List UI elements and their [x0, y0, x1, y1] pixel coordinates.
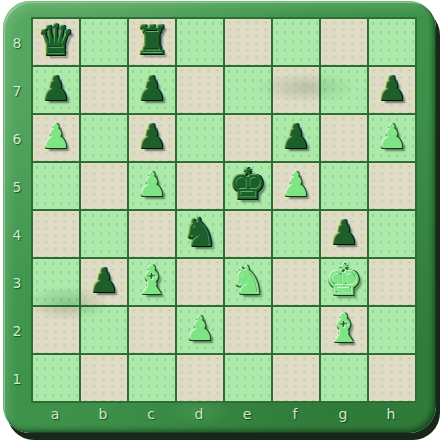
square-b1[interactable] — [81, 355, 127, 401]
black-king[interactable]: ♚ — [229, 162, 267, 208]
black-knight[interactable]: ♞ — [183, 210, 218, 256]
file-label-g: g — [319, 401, 367, 427]
square-e8[interactable] — [225, 19, 271, 65]
black-rook[interactable]: ♜ — [135, 18, 170, 64]
square-b6[interactable] — [81, 115, 127, 161]
white-bishop[interactable]: ♝ — [135, 258, 170, 304]
square-g4[interactable]: ♟ — [321, 211, 367, 257]
square-b5[interactable] — [81, 163, 127, 209]
square-e3[interactable]: ♞ — [225, 259, 271, 305]
square-a7[interactable]: ♟ — [33, 67, 79, 113]
square-f8[interactable] — [273, 19, 319, 65]
square-c1[interactable] — [129, 355, 175, 401]
square-h4[interactable] — [369, 211, 415, 257]
white-pawn[interactable]: ♟ — [137, 162, 167, 208]
square-d4[interactable]: ♞ — [177, 211, 223, 257]
file-label-e: e — [223, 401, 271, 427]
white-pawn[interactable]: ♟ — [377, 114, 407, 160]
black-pawn[interactable]: ♟ — [41, 66, 71, 112]
square-b3[interactable]: ♟ — [81, 259, 127, 305]
square-g6[interactable] — [321, 115, 367, 161]
rank-label-5: 5 — [3, 163, 31, 211]
square-f2[interactable] — [273, 307, 319, 353]
file-label-h: h — [367, 401, 415, 427]
rank-label-4: 4 — [3, 211, 31, 259]
square-b4[interactable] — [81, 211, 127, 257]
file-label-b: b — [79, 401, 127, 427]
square-c7[interactable]: ♟ — [129, 67, 175, 113]
rank-label-6: 6 — [3, 115, 31, 163]
square-e1[interactable] — [225, 355, 271, 401]
square-f1[interactable] — [273, 355, 319, 401]
rank-labels: 87654321 — [3, 19, 31, 403]
square-e7[interactable] — [225, 67, 271, 113]
white-pawn[interactable]: ♟ — [281, 162, 311, 208]
square-g3[interactable]: ♚ — [321, 259, 367, 305]
white-pawn[interactable]: ♟ — [185, 306, 215, 352]
rank-label-8: 8 — [3, 19, 31, 67]
square-b7[interactable] — [81, 67, 127, 113]
square-h6[interactable]: ♟ — [369, 115, 415, 161]
square-c3[interactable]: ♝ — [129, 259, 175, 305]
file-label-d: d — [175, 401, 223, 427]
square-a1[interactable] — [33, 355, 79, 401]
square-d5[interactable] — [177, 163, 223, 209]
square-h8[interactable] — [369, 19, 415, 65]
square-e4[interactable] — [225, 211, 271, 257]
square-f5[interactable]: ♟ — [273, 163, 319, 209]
square-f7[interactable] — [273, 67, 319, 113]
file-label-a: a — [31, 401, 79, 427]
square-f6[interactable]: ♟ — [273, 115, 319, 161]
square-b2[interactable] — [81, 307, 127, 353]
square-a3[interactable] — [33, 259, 79, 305]
chess-board[interactable]: ♛♜♟♟♟♟♟♟♟♟♚♟♞♟♟♝♞♚♟♝ — [31, 17, 417, 403]
black-pawn[interactable]: ♟ — [137, 66, 167, 112]
black-pawn[interactable]: ♟ — [89, 258, 119, 304]
square-h1[interactable] — [369, 355, 415, 401]
rank-label-3: 3 — [3, 259, 31, 307]
square-c6[interactable]: ♟ — [129, 115, 175, 161]
square-g1[interactable] — [321, 355, 367, 401]
square-d2[interactable]: ♟ — [177, 307, 223, 353]
square-a4[interactable] — [33, 211, 79, 257]
black-pawn[interactable]: ♟ — [281, 114, 311, 160]
square-d6[interactable] — [177, 115, 223, 161]
rank-label-1: 1 — [3, 355, 31, 403]
square-e2[interactable] — [225, 307, 271, 353]
black-pawn[interactable]: ♟ — [377, 66, 407, 112]
square-h3[interactable] — [369, 259, 415, 305]
white-knight[interactable]: ♞ — [231, 258, 266, 304]
square-h2[interactable] — [369, 307, 415, 353]
square-d8[interactable] — [177, 19, 223, 65]
square-g2[interactable]: ♝ — [321, 307, 367, 353]
file-label-c: c — [127, 401, 175, 427]
file-label-f: f — [271, 401, 319, 427]
white-bishop[interactable]: ♝ — [327, 306, 362, 352]
board-frame: 87654321 ♛♜♟♟♟♟♟♟♟♟♚♟♞♟♟♝♞♚♟♝ abcdefgh — [3, 1, 436, 433]
square-g5[interactable] — [321, 163, 367, 209]
square-c4[interactable] — [129, 211, 175, 257]
square-h7[interactable]: ♟ — [369, 67, 415, 113]
square-g7[interactable] — [321, 67, 367, 113]
rank-label-2: 2 — [3, 307, 31, 355]
square-b8[interactable] — [81, 19, 127, 65]
black-pawn[interactable]: ♟ — [137, 114, 167, 160]
square-a8[interactable]: ♛ — [33, 19, 79, 65]
file-labels: abcdefgh — [31, 401, 417, 427]
square-g8[interactable] — [321, 19, 367, 65]
square-c8[interactable]: ♜ — [129, 19, 175, 65]
black-pawn[interactable]: ♟ — [329, 210, 359, 256]
square-e6[interactable] — [225, 115, 271, 161]
rank-label-7: 7 — [3, 67, 31, 115]
square-d3[interactable] — [177, 259, 223, 305]
square-c5[interactable]: ♟ — [129, 163, 175, 209]
square-d7[interactable] — [177, 67, 223, 113]
white-king[interactable]: ♚ — [325, 258, 363, 304]
square-c2[interactable] — [129, 307, 175, 353]
square-f3[interactable] — [273, 259, 319, 305]
square-f4[interactable] — [273, 211, 319, 257]
square-h5[interactable] — [369, 163, 415, 209]
square-d1[interactable] — [177, 355, 223, 401]
black-queen[interactable]: ♛ — [37, 18, 75, 64]
square-a5[interactable] — [33, 163, 79, 209]
white-pawn[interactable]: ♟ — [41, 114, 71, 160]
square-a2[interactable] — [33, 307, 79, 353]
square-a6[interactable]: ♟ — [33, 115, 79, 161]
square-e5[interactable]: ♚ — [225, 163, 271, 209]
